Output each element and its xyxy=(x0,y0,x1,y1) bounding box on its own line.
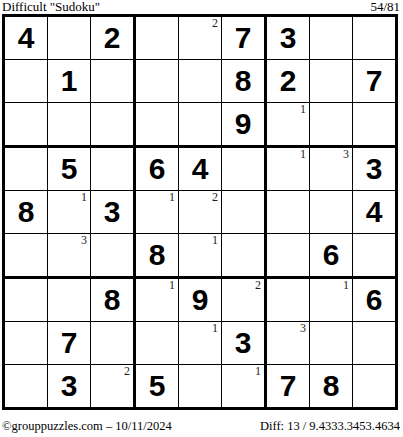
cell-r8c8[interactable] xyxy=(310,322,353,365)
cell-r6c2[interactable]: 3 xyxy=(48,234,91,279)
cell-r5c9[interactable]: 4 xyxy=(353,191,395,234)
pencil-mark: 1 xyxy=(343,279,349,292)
cell-r9c3[interactable]: 2 xyxy=(91,365,136,407)
grid-row-2: 1827 xyxy=(5,60,395,103)
pencil-mark: 3 xyxy=(300,322,306,335)
given-digit: 2 xyxy=(91,17,133,59)
given-digit: 5 xyxy=(136,365,178,407)
given-digit: 7 xyxy=(353,60,395,102)
cell-r9c8[interactable]: 8 xyxy=(310,365,353,407)
cell-r3c5[interactable] xyxy=(179,103,222,148)
cell-r4c6[interactable] xyxy=(222,148,267,191)
cell-r1c6[interactable]: 7 xyxy=(222,17,267,60)
grid-row-7: 819216 xyxy=(5,279,395,322)
cell-r4c4[interactable]: 6 xyxy=(136,148,179,191)
cell-r5c2[interactable]: 1 xyxy=(48,191,91,234)
cell-r6c7[interactable] xyxy=(267,234,310,279)
cell-r8c9[interactable] xyxy=(353,322,395,365)
given-digit: 2 xyxy=(267,60,309,102)
cell-r1c8[interactable] xyxy=(310,17,353,60)
cell-r8c6[interactable]: 3 xyxy=(222,322,267,365)
cell-r1c7[interactable]: 3 xyxy=(267,17,310,60)
sudoku-page: Difficult "Sudoku" 54/81 422731827915641… xyxy=(0,0,403,437)
cell-r9c6[interactable]: 1 xyxy=(222,365,267,407)
cell-r8c5[interactable]: 1 xyxy=(179,322,222,365)
cell-r3c4[interactable] xyxy=(136,103,179,148)
cell-r4c3[interactable] xyxy=(91,148,136,191)
cell-r4c7[interactable]: 1 xyxy=(267,148,310,191)
given-digit: 6 xyxy=(310,234,352,276)
given-digit: 7 xyxy=(48,322,90,364)
grid-row-1: 42273 xyxy=(5,17,395,60)
cell-r5c4[interactable]: 1 xyxy=(136,191,179,234)
grid-row-9: 325178 xyxy=(5,365,395,407)
given-digit: 7 xyxy=(222,17,264,59)
given-digit: 3 xyxy=(267,17,309,59)
cell-r1c5[interactable]: 2 xyxy=(179,17,222,60)
pencil-mark: 1 xyxy=(212,234,218,247)
cell-r9c9[interactable] xyxy=(353,365,395,407)
cell-r8c1[interactable] xyxy=(5,322,48,365)
given-digit: 8 xyxy=(91,279,133,321)
cell-r3c6[interactable]: 9 xyxy=(222,103,267,148)
cell-r3c1[interactable] xyxy=(5,103,48,148)
cell-r1c3[interactable]: 2 xyxy=(91,17,136,60)
given-digit: 6 xyxy=(136,148,178,190)
difficulty-rating: Diff: 13 / 9.4333.3453.4634 xyxy=(260,419,400,433)
cell-r7c2[interactable] xyxy=(48,279,91,322)
pencil-mark: 1 xyxy=(212,322,218,335)
cell-r6c4[interactable]: 8 xyxy=(136,234,179,279)
cell-r2c2[interactable]: 1 xyxy=(48,60,91,103)
cell-r2c6[interactable]: 8 xyxy=(222,60,267,103)
given-digit: 5 xyxy=(48,148,90,190)
cell-r8c2[interactable]: 7 xyxy=(48,322,91,365)
cell-r2c5[interactable] xyxy=(179,60,222,103)
cell-r3c9[interactable] xyxy=(353,103,395,148)
cell-r2c8[interactable] xyxy=(310,60,353,103)
copyright-date: ©grouppuzzles.com – 10/11/2024 xyxy=(2,419,172,433)
cell-r2c3[interactable] xyxy=(91,60,136,103)
cell-r5c6[interactable] xyxy=(222,191,267,234)
cell-r7c4[interactable]: 1 xyxy=(136,279,179,322)
pencil-mark: 1 xyxy=(169,279,175,292)
cell-r2c9[interactable]: 7 xyxy=(353,60,395,103)
cell-r9c1[interactable] xyxy=(5,365,48,407)
given-digit: 7 xyxy=(267,365,309,407)
cell-r5c8[interactable] xyxy=(310,191,353,234)
cell-r4c2[interactable]: 5 xyxy=(48,148,91,191)
cell-r9c2[interactable]: 3 xyxy=(48,365,91,407)
cell-r2c1[interactable] xyxy=(5,60,48,103)
cell-r6c8[interactable]: 6 xyxy=(310,234,353,279)
given-digit: 3 xyxy=(222,322,264,364)
given-digit: 4 xyxy=(5,17,47,59)
cell-r8c3[interactable] xyxy=(91,322,136,365)
given-digit: 3 xyxy=(91,191,133,233)
cell-r4c5[interactable]: 4 xyxy=(179,148,222,191)
cell-r3c7[interactable]: 1 xyxy=(267,103,310,148)
given-digit: 1 xyxy=(48,60,90,102)
cell-r7c3[interactable]: 8 xyxy=(91,279,136,322)
given-digit: 9 xyxy=(222,103,264,145)
sudoku-grid: 4227318279156413381312438168192167133325… xyxy=(2,14,398,410)
grid-row-5: 813124 xyxy=(5,191,395,234)
cell-r6c3[interactable] xyxy=(91,234,136,279)
cell-r9c5[interactable] xyxy=(179,365,222,407)
pencil-mark: 1 xyxy=(300,148,306,161)
cell-r6c1[interactable] xyxy=(5,234,48,279)
cell-r7c5[interactable]: 9 xyxy=(179,279,222,322)
given-digit: 4 xyxy=(353,191,395,233)
footer: ©grouppuzzles.com – 10/11/2024 Diff: 13 … xyxy=(2,419,400,433)
given-digit: 8 xyxy=(136,234,178,276)
remaining-counter: 54/81 xyxy=(370,0,400,13)
given-digit: 3 xyxy=(48,365,90,407)
grid-row-3: 91 xyxy=(5,103,395,148)
given-digit: 6 xyxy=(353,279,395,321)
pencil-mark: 2 xyxy=(124,365,130,378)
pencil-mark: 2 xyxy=(255,279,261,292)
grid-row-6: 3816 xyxy=(5,234,395,279)
cell-r8c7[interactable]: 3 xyxy=(267,322,310,365)
cell-r1c2[interactable] xyxy=(48,17,91,60)
cell-r2c4[interactable] xyxy=(136,60,179,103)
pencil-mark: 2 xyxy=(212,191,218,204)
cell-r7c1[interactable] xyxy=(5,279,48,322)
cell-r8c4[interactable] xyxy=(136,322,179,365)
cell-r3c8[interactable] xyxy=(310,103,353,148)
cell-r5c1[interactable]: 8 xyxy=(5,191,48,234)
pencil-mark: 3 xyxy=(343,148,349,161)
cell-r6c6[interactable] xyxy=(222,234,267,279)
cell-r4c1[interactable] xyxy=(5,148,48,191)
given-digit: 8 xyxy=(5,191,47,233)
pencil-mark: 1 xyxy=(81,191,87,204)
given-digit: 3 xyxy=(353,148,395,190)
grid-row-4: 564133 xyxy=(5,148,395,191)
pencil-mark: 1 xyxy=(255,365,261,378)
cell-r7c7[interactable] xyxy=(267,279,310,322)
cell-r3c3[interactable] xyxy=(91,103,136,148)
cell-r9c7[interactable]: 7 xyxy=(267,365,310,407)
cell-r6c9[interactable] xyxy=(353,234,395,279)
puzzle-title: Difficult "Sudoku" xyxy=(2,0,100,13)
cell-r2c7[interactable]: 2 xyxy=(267,60,310,103)
given-digit: 8 xyxy=(310,365,352,407)
given-digit: 4 xyxy=(179,148,221,190)
cell-r5c5[interactable]: 2 xyxy=(179,191,222,234)
cell-r7c6[interactable]: 2 xyxy=(222,279,267,322)
cell-r4c9[interactable]: 3 xyxy=(353,148,395,191)
cell-r3c2[interactable] xyxy=(48,103,91,148)
cell-r7c8[interactable]: 1 xyxy=(310,279,353,322)
grid-row-8: 7133 xyxy=(5,322,395,365)
header: Difficult "Sudoku" 54/81 xyxy=(2,0,400,13)
given-digit: 9 xyxy=(179,279,221,321)
cell-r4c8[interactable]: 3 xyxy=(310,148,353,191)
pencil-mark: 1 xyxy=(169,191,175,204)
pencil-mark: 2 xyxy=(212,17,218,30)
pencil-mark: 3 xyxy=(81,234,87,247)
cell-r1c4[interactable] xyxy=(136,17,179,60)
cell-r6c5[interactable]: 1 xyxy=(179,234,222,279)
cell-r1c1[interactable]: 4 xyxy=(5,17,48,60)
pencil-mark: 1 xyxy=(300,103,306,116)
cell-r5c3[interactable]: 3 xyxy=(91,191,136,234)
cell-r5c7[interactable] xyxy=(267,191,310,234)
cell-r9c4[interactable]: 5 xyxy=(136,365,179,407)
cell-r7c9[interactable]: 6 xyxy=(353,279,395,322)
given-digit: 8 xyxy=(222,60,264,102)
cell-r1c9[interactable] xyxy=(353,17,395,60)
